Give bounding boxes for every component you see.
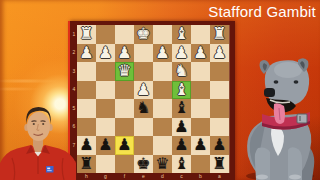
white-bishop[interactable]: ♝ xyxy=(174,26,188,42)
dog-photo xyxy=(240,56,320,180)
square-b4[interactable] xyxy=(191,81,210,100)
file-label: b xyxy=(191,173,210,180)
file-label: f xyxy=(115,173,134,180)
square-g7[interactable]: ♟ xyxy=(96,136,115,155)
square-c4[interactable]: ♝ xyxy=(172,81,191,100)
board-grid: ♜♚♝♜♟♟♟♟♟♟♟♛♞♟♝♞♝♟♟♟♟♟♟♟♜♚♛♝♜ xyxy=(77,25,229,173)
dog-eye xyxy=(294,80,299,84)
dog-eye xyxy=(274,80,279,84)
square-f8[interactable] xyxy=(115,155,134,174)
square-d6[interactable] xyxy=(153,118,172,137)
square-f5[interactable] xyxy=(115,99,134,118)
white-pawn[interactable]: ♟ xyxy=(193,45,207,61)
square-d8[interactable]: ♛ xyxy=(153,155,172,174)
white-pawn[interactable]: ♟ xyxy=(79,45,93,61)
eyebrow xyxy=(32,121,37,122)
black-rook[interactable]: ♜ xyxy=(79,156,93,172)
square-c3[interactable]: ♞ xyxy=(172,62,191,81)
black-pawn[interactable]: ♟ xyxy=(117,137,131,153)
white-knight[interactable]: ♞ xyxy=(174,63,188,79)
square-a1[interactable]: ♜ xyxy=(210,25,229,44)
black-pawn[interactable]: ♟ xyxy=(174,137,188,153)
white-pawn[interactable]: ♟ xyxy=(98,45,112,61)
square-c7[interactable]: ♟ xyxy=(172,136,191,155)
eye xyxy=(33,123,35,125)
square-e4[interactable]: ♟ xyxy=(134,81,153,100)
black-pawn[interactable]: ♟ xyxy=(174,119,188,135)
black-bishop[interactable]: ♝ xyxy=(174,100,188,116)
square-c1[interactable]: ♝ xyxy=(172,25,191,44)
square-g4[interactable] xyxy=(96,81,115,100)
white-pawn[interactable]: ♟ xyxy=(136,82,150,98)
square-a2[interactable]: ♟ xyxy=(210,44,229,63)
square-g5[interactable] xyxy=(96,99,115,118)
square-g3[interactable] xyxy=(96,62,115,81)
square-a6[interactable] xyxy=(210,118,229,137)
square-e6[interactable] xyxy=(134,118,153,137)
file-label: c xyxy=(172,173,191,180)
dog-nose xyxy=(264,88,275,97)
square-a3[interactable] xyxy=(210,62,229,81)
white-king[interactable]: ♚ xyxy=(136,26,150,42)
square-g8[interactable] xyxy=(96,155,115,174)
square-e2[interactable] xyxy=(134,44,153,63)
presenter-face xyxy=(27,112,50,141)
square-d5[interactable] xyxy=(153,99,172,118)
shirt-logo-mark xyxy=(47,168,50,170)
dog-forehead xyxy=(274,62,302,78)
black-pawn[interactable]: ♟ xyxy=(79,137,93,153)
square-e7[interactable] xyxy=(134,136,153,155)
square-e3[interactable] xyxy=(134,62,153,81)
square-h3[interactable] xyxy=(77,62,96,81)
square-f7[interactable]: ♟ xyxy=(115,136,134,155)
square-h1[interactable]: ♜ xyxy=(77,25,96,44)
square-g1[interactable] xyxy=(96,25,115,44)
eye xyxy=(42,123,44,125)
square-b6[interactable] xyxy=(191,118,210,137)
black-rook[interactable]: ♜ xyxy=(212,156,226,172)
white-rook[interactable]: ♜ xyxy=(212,26,226,42)
video-title: Stafford Gambit xyxy=(208,3,316,20)
square-e1[interactable]: ♚ xyxy=(134,25,153,44)
file-label: a xyxy=(210,173,229,180)
square-f6[interactable] xyxy=(115,118,134,137)
square-g6[interactable] xyxy=(96,118,115,137)
square-b5[interactable] xyxy=(191,99,210,118)
square-d7[interactable] xyxy=(153,136,172,155)
square-f3[interactable]: ♛ xyxy=(115,62,134,81)
black-pawn[interactable]: ♟ xyxy=(212,137,226,153)
video-frame: Stafford Gambit 12345678 hgfedcba ♜♚♝♜♟♟… xyxy=(0,0,320,180)
square-d3[interactable] xyxy=(153,62,172,81)
file-label: d xyxy=(153,173,172,180)
dog-collar-buckle xyxy=(297,114,307,123)
black-pawn[interactable]: ♟ xyxy=(98,137,112,153)
square-d2[interactable]: ♟ xyxy=(153,44,172,63)
square-e5[interactable]: ♞ xyxy=(134,99,153,118)
square-f2[interactable]: ♟ xyxy=(115,44,134,63)
square-d1[interactable] xyxy=(153,25,172,44)
white-bishop[interactable]: ♝ xyxy=(174,82,188,98)
square-d4[interactable] xyxy=(153,81,172,100)
square-b8[interactable] xyxy=(191,155,210,174)
file-label: e xyxy=(134,173,153,180)
white-pawn[interactable]: ♟ xyxy=(174,45,188,61)
eyebrow xyxy=(41,121,46,122)
square-b7[interactable]: ♟ xyxy=(191,136,210,155)
shirt-logo xyxy=(46,166,54,173)
white-pawn[interactable]: ♟ xyxy=(155,45,169,61)
chess-board: 12345678 hgfedcba ♜♚♝♜♟♟♟♟♟♟♟♛♞♟♝♞♝♟♟♟♟♟… xyxy=(70,21,235,180)
square-b1[interactable] xyxy=(191,25,210,44)
square-a8[interactable]: ♜ xyxy=(210,155,229,174)
black-pawn[interactable]: ♟ xyxy=(193,137,207,153)
dog-paw xyxy=(256,175,268,180)
square-c6[interactable]: ♟ xyxy=(172,118,191,137)
white-pawn[interactable]: ♟ xyxy=(117,45,131,61)
black-knight[interactable]: ♞ xyxy=(136,100,150,116)
square-c2[interactable]: ♟ xyxy=(172,44,191,63)
white-rook[interactable]: ♜ xyxy=(79,26,93,42)
square-g2[interactable]: ♟ xyxy=(96,44,115,63)
square-e8[interactable]: ♚ xyxy=(134,155,153,174)
white-pawn[interactable]: ♟ xyxy=(212,45,226,61)
square-h4[interactable] xyxy=(77,81,96,100)
square-f1[interactable] xyxy=(115,25,134,44)
square-c5[interactable]: ♝ xyxy=(172,99,191,118)
white-queen[interactable]: ♛ xyxy=(117,63,131,79)
black-bishop[interactable]: ♝ xyxy=(174,156,188,172)
file-labels: hgfedcba xyxy=(77,173,229,180)
square-a7[interactable]: ♟ xyxy=(210,136,229,155)
file-label: g xyxy=(96,173,115,180)
square-a4[interactable] xyxy=(210,81,229,100)
square-f4[interactable] xyxy=(115,81,134,100)
black-king[interactable]: ♚ xyxy=(136,156,150,172)
square-b2[interactable]: ♟ xyxy=(191,44,210,63)
shirt-logo-mark xyxy=(47,170,52,171)
square-b3[interactable] xyxy=(191,62,210,81)
square-c8[interactable]: ♝ xyxy=(172,155,191,174)
black-queen[interactable]: ♛ xyxy=(155,156,169,172)
square-a5[interactable] xyxy=(210,99,229,118)
presenter-webcam xyxy=(0,100,80,180)
square-h2[interactable]: ♟ xyxy=(77,44,96,63)
dog-paw xyxy=(289,175,301,180)
